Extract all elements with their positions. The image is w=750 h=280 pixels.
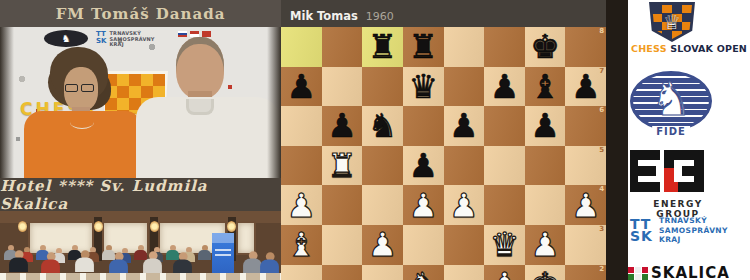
square-h2[interactable]: 2 — [565, 265, 606, 280]
square-b2[interactable] — [322, 265, 363, 280]
rank-label-8: 8 — [599, 28, 604, 35]
square-a5[interactable] — [281, 146, 322, 186]
wall-lamp-icon — [150, 221, 159, 232]
square-c8[interactable]: ♜ — [362, 27, 403, 67]
piece-black-king: ♚ — [525, 27, 566, 67]
square-c2[interactable] — [362, 265, 403, 280]
square-c4[interactable] — [362, 185, 403, 225]
skalica-logo: SKALICA — [628, 264, 730, 280]
player-figure — [143, 251, 162, 273]
hotel-caption-bar: Hotel **** Sv. Ludmila Skalica — [0, 178, 281, 211]
square-e2[interactable] — [444, 265, 485, 280]
square-b3[interactable] — [322, 225, 363, 265]
square-b5[interactable]: ♜ — [322, 146, 363, 186]
rank-label-7: 7 — [599, 68, 604, 75]
player-name: Mik Tomas — [290, 9, 358, 23]
chess-slovak-open-shield-icon: ♕ — [649, 2, 695, 42]
piece-white-knight: ♞ — [403, 265, 444, 280]
wall-lamp-icon — [94, 221, 103, 232]
fide-mini-logo: ♞ — [44, 30, 88, 47]
square-e5[interactable] — [444, 146, 485, 186]
interview-photo: ♞ TTSK TRNAVSKÝ SAMOSPRÁVNY KRAJ CHESS ♖ — [0, 27, 281, 178]
photo-vignette-right — [267, 27, 281, 178]
piece-black-pawn: ♟ — [281, 67, 322, 107]
piece-black-queen: ♛ — [403, 67, 444, 107]
photo-vignette-left — [0, 27, 14, 178]
knight-icon: ♞ — [633, 71, 709, 128]
sponsor-column: ♕ CHESS SLOVAK OPEN ♞ FIDE — [628, 0, 750, 280]
player-figure — [75, 250, 94, 272]
ttsk-letters: TTSK — [630, 218, 653, 243]
piece-white-rook: ♜ — [322, 146, 363, 186]
rank-label-3: 3 — [599, 226, 604, 233]
wall-panel — [236, 221, 256, 255]
player-figure — [41, 252, 60, 274]
piece-white-pawn: ♟ — [444, 185, 485, 225]
square-g7[interactable]: ♝ — [525, 67, 566, 107]
square-g8[interactable]: ♚ — [525, 27, 566, 67]
glasses-icon — [65, 84, 94, 92]
player-title: FM Tomáš Danada — [56, 5, 226, 23]
piece-white-pawn: ♟ — [281, 185, 322, 225]
square-f7[interactable]: ♟ — [484, 67, 525, 107]
ttsk-mini-letters: TTSK — [96, 31, 106, 48]
left-person-necklace — [70, 115, 94, 129]
rank-label-5: 5 — [599, 147, 604, 154]
square-a7[interactable]: ♟ — [281, 67, 322, 107]
hall-photo — [0, 211, 281, 280]
piece-white-bishop: ♝ — [281, 225, 322, 265]
square-f8[interactable] — [484, 27, 525, 67]
rank-label-4: 4 — [599, 186, 604, 193]
square-a3[interactable]: ♝ — [281, 225, 322, 265]
rank-label-2: 2 — [599, 266, 604, 273]
square-c3[interactable]: ♟ — [362, 225, 403, 265]
wall-lamp-icon — [18, 221, 27, 232]
square-g3[interactable]: ♟ — [525, 225, 566, 265]
square-b4[interactable] — [322, 185, 363, 225]
player-bar: Mik Tomas 1960 — [281, 0, 606, 27]
square-e3[interactable] — [444, 225, 485, 265]
square-c5[interactable] — [362, 146, 403, 186]
square-f6[interactable] — [484, 106, 525, 146]
square-b6[interactable]: ♟ — [322, 106, 363, 146]
piece-black-bishop: ♝ — [525, 67, 566, 107]
piece-black-pawn: ♟ — [525, 106, 566, 146]
piece-black-rook: ♜ — [403, 27, 444, 67]
chess-board[interactable]: ♜♜♚8♟♛♟♝♟7♟♞♟♟6♜♟5♟♟♟♟4♝♟♛♟3♞♟♚21 — [281, 27, 606, 280]
square-g5[interactable] — [525, 146, 566, 186]
square-h8[interactable]: 8 — [565, 27, 606, 67]
piece-black-knight: ♞ — [362, 106, 403, 146]
piece-white-pawn: ♟ — [484, 265, 525, 280]
square-g2[interactable]: ♚ — [525, 265, 566, 280]
skalica-crest-icon — [628, 267, 648, 280]
right-person-collar — [186, 99, 214, 115]
piece-white-pawn: ♟ — [525, 225, 566, 265]
player-figure — [109, 252, 128, 274]
square-d4[interactable]: ♟ — [403, 185, 444, 225]
ttsk-logo: TTSK TRNAVSKÝ SAMOSPRÁVNY KRAJ — [630, 216, 728, 245]
square-c7[interactable] — [362, 67, 403, 107]
square-h4[interactable]: ♟4 — [565, 185, 606, 225]
divider-band — [606, 0, 628, 280]
piece-white-pawn: ♟ — [362, 225, 403, 265]
square-f5[interactable] — [484, 146, 525, 186]
square-g6[interactable]: ♟ — [525, 106, 566, 146]
eg-letters-icon — [630, 150, 704, 192]
piece-black-rook: ♜ — [362, 27, 403, 67]
square-h3[interactable]: 3 — [565, 225, 606, 265]
wall-lamp-icon — [227, 221, 236, 232]
fide-label: FIDE — [652, 126, 690, 137]
square-f3[interactable]: ♛ — [484, 225, 525, 265]
square-a6[interactable] — [281, 106, 322, 146]
piece-black-pawn: ♟ — [484, 67, 525, 107]
square-b8[interactable] — [322, 27, 363, 67]
square-h7[interactable]: ♟7 — [565, 67, 606, 107]
square-e6[interactable]: ♟ — [444, 106, 485, 146]
piece-white-queen: ♛ — [484, 225, 525, 265]
hotel-caption: Hotel **** Sv. Ludmila Skalica — [0, 177, 281, 213]
player-figure — [198, 245, 211, 260]
flags-decoration — [178, 31, 211, 37]
square-e4[interactable]: ♟ — [444, 185, 485, 225]
square-d6[interactable] — [403, 106, 444, 146]
square-h5[interactable]: 5 — [565, 146, 606, 186]
square-a2[interactable] — [281, 265, 322, 280]
piece-white-pawn: ♟ — [403, 185, 444, 225]
player-figure — [9, 250, 28, 272]
player-figure — [173, 252, 192, 274]
queen-icon: ♕ — [652, 5, 692, 39]
square-c6[interactable]: ♞ — [362, 106, 403, 146]
square-a8[interactable] — [281, 27, 322, 67]
fide-logo: ♞ FIDE — [630, 71, 712, 137]
square-e8[interactable] — [444, 27, 485, 67]
rank-label-6: 6 — [599, 107, 604, 114]
square-g4[interactable] — [525, 185, 566, 225]
square-e7[interactable] — [444, 67, 485, 107]
square-f2[interactable]: ♟ — [484, 265, 525, 280]
piece-black-pawn: ♟ — [403, 146, 444, 186]
player-figure — [260, 252, 279, 274]
energy-group-logo: ENERGY GROUP — [630, 150, 748, 219]
fide-globe-icon: ♞ — [630, 71, 712, 131]
piece-white-king: ♚ — [525, 265, 566, 280]
square-b7[interactable] — [322, 67, 363, 107]
ttsk-region-label: TRNAVSKÝ SAMOSPRÁVNY KRAJ — [659, 216, 728, 245]
stream-frame: FM Tomáš Danada ♞ TTSK TRNAVSKÝ SAMOSPRÁ… — [0, 0, 750, 280]
player-rating: 1960 — [366, 10, 394, 23]
skalica-label: SKALICA — [651, 264, 730, 280]
square-h6[interactable]: 6 — [565, 106, 606, 146]
square-d5[interactable]: ♟ — [403, 146, 444, 186]
square-a4[interactable]: ♟ — [281, 185, 322, 225]
ttsk-mini-text: TRNAVSKÝ SAMOSPRÁVNY KRAJ — [109, 31, 154, 48]
piece-black-pawn: ♟ — [322, 106, 363, 146]
piece-black-pawn: ♟ — [444, 106, 485, 146]
square-d7[interactable]: ♛ — [403, 67, 444, 107]
ttsk-mini-logo: TTSK TRNAVSKÝ SAMOSPRÁVNY KRAJ — [96, 31, 155, 48]
square-f4[interactable] — [484, 185, 525, 225]
tournament-tables — [0, 273, 281, 280]
square-d3[interactable] — [403, 225, 444, 265]
chess-slovak-open-label: CHESS SLOVAK OPEN — [628, 43, 750, 54]
square-d8[interactable]: ♜ — [403, 27, 444, 67]
player-title-banner: FM Tomáš Danada — [0, 0, 281, 27]
right-person-head — [176, 37, 224, 99]
square-d2[interactable]: ♞ — [403, 265, 444, 280]
